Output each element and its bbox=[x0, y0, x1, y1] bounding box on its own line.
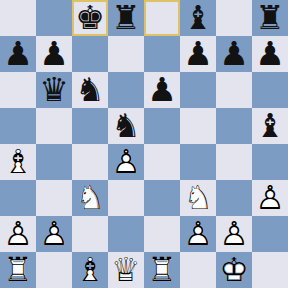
piece-white-bishop[interactable]: ♝♗ bbox=[0, 144, 36, 180]
square-b3[interactable] bbox=[36, 180, 72, 216]
piece-black-bishop[interactable]: ♝ bbox=[252, 108, 288, 144]
square-d1[interactable]: ♛♕ bbox=[108, 252, 144, 288]
white-pawn-fill-icon: ♟ bbox=[252, 180, 288, 216]
square-h3[interactable]: ♟♙ bbox=[252, 180, 288, 216]
square-e4[interactable] bbox=[144, 144, 180, 180]
square-a3[interactable] bbox=[0, 180, 36, 216]
square-d2[interactable] bbox=[108, 216, 144, 252]
piece-white-pawn[interactable]: ♟♙ bbox=[0, 216, 36, 252]
white-pawn-icon: ♙ bbox=[0, 216, 36, 252]
white-rook-fill-icon: ♜ bbox=[0, 252, 36, 288]
black-knight-icon: ♞ bbox=[108, 108, 144, 144]
square-e8[interactable] bbox=[144, 0, 180, 36]
white-knight-fill-icon: ♞ bbox=[180, 180, 216, 216]
square-e2[interactable] bbox=[144, 216, 180, 252]
square-e7[interactable] bbox=[144, 36, 180, 72]
piece-black-queen[interactable]: ♛ bbox=[36, 72, 72, 108]
square-h7[interactable]: ♟ bbox=[252, 36, 288, 72]
white-pawn-icon: ♙ bbox=[36, 216, 72, 252]
white-pawn-fill-icon: ♟ bbox=[180, 216, 216, 252]
square-c8[interactable]: ♚ bbox=[72, 0, 108, 36]
black-pawn-icon: ♟ bbox=[216, 36, 252, 72]
black-pawn-icon: ♟ bbox=[0, 36, 36, 72]
square-b1[interactable] bbox=[36, 252, 72, 288]
square-g7[interactable]: ♟ bbox=[216, 36, 252, 72]
white-pawn-icon: ♙ bbox=[108, 144, 144, 180]
square-c3[interactable]: ♞♘ bbox=[72, 180, 108, 216]
black-pawn-icon: ♟ bbox=[36, 36, 72, 72]
square-f3[interactable]: ♞♘ bbox=[180, 180, 216, 216]
white-rook-icon: ♖ bbox=[0, 252, 36, 288]
square-d8[interactable]: ♜ bbox=[108, 0, 144, 36]
square-a1[interactable]: ♜♖ bbox=[0, 252, 36, 288]
black-bishop-icon: ♝ bbox=[252, 108, 288, 144]
square-d5[interactable]: ♞ bbox=[108, 108, 144, 144]
piece-white-rook[interactable]: ♜♖ bbox=[0, 252, 36, 288]
square-h5[interactable]: ♝ bbox=[252, 108, 288, 144]
square-e6[interactable]: ♟ bbox=[144, 72, 180, 108]
piece-black-pawn[interactable]: ♟ bbox=[180, 36, 216, 72]
piece-white-knight[interactable]: ♞♘ bbox=[180, 180, 216, 216]
square-f6[interactable] bbox=[180, 72, 216, 108]
square-g3[interactable] bbox=[216, 180, 252, 216]
piece-black-pawn[interactable]: ♟ bbox=[252, 36, 288, 72]
piece-black-rook[interactable]: ♜ bbox=[108, 0, 144, 36]
square-c6[interactable]: ♞ bbox=[72, 72, 108, 108]
black-rook-icon: ♜ bbox=[108, 0, 144, 36]
square-g5[interactable] bbox=[216, 108, 252, 144]
square-a8[interactable] bbox=[0, 0, 36, 36]
piece-white-pawn[interactable]: ♟♙ bbox=[252, 180, 288, 216]
piece-white-rook[interactable]: ♜♖ bbox=[144, 252, 180, 288]
square-g4[interactable] bbox=[216, 144, 252, 180]
white-rook-icon: ♖ bbox=[144, 252, 180, 288]
white-king-fill-icon: ♚ bbox=[216, 252, 252, 288]
square-g1[interactable]: ♚♔ bbox=[216, 252, 252, 288]
square-e5[interactable] bbox=[144, 108, 180, 144]
black-king-icon: ♚ bbox=[72, 0, 108, 36]
piece-white-pawn[interactable]: ♟♙ bbox=[36, 216, 72, 252]
square-c1[interactable]: ♝♗ bbox=[72, 252, 108, 288]
black-bishop-icon: ♝ bbox=[180, 0, 216, 36]
square-f1[interactable] bbox=[180, 252, 216, 288]
square-f2[interactable]: ♟♙ bbox=[180, 216, 216, 252]
white-bishop-icon: ♗ bbox=[72, 252, 108, 288]
black-queen-icon: ♛ bbox=[36, 72, 72, 108]
white-bishop-icon: ♗ bbox=[0, 144, 36, 180]
square-d3[interactable] bbox=[108, 180, 144, 216]
piece-black-pawn[interactable]: ♟ bbox=[0, 36, 36, 72]
square-b4[interactable] bbox=[36, 144, 72, 180]
piece-white-knight[interactable]: ♞♘ bbox=[72, 180, 108, 216]
square-d7[interactable] bbox=[108, 36, 144, 72]
square-b5[interactable] bbox=[36, 108, 72, 144]
square-h6[interactable] bbox=[252, 72, 288, 108]
square-c4[interactable] bbox=[72, 144, 108, 180]
black-rook-icon: ♜ bbox=[252, 0, 288, 36]
square-a6[interactable] bbox=[0, 72, 36, 108]
piece-black-pawn[interactable]: ♟ bbox=[144, 72, 180, 108]
square-c5[interactable] bbox=[72, 108, 108, 144]
square-f7[interactable]: ♟ bbox=[180, 36, 216, 72]
square-a5[interactable] bbox=[0, 108, 36, 144]
black-pawn-icon: ♟ bbox=[180, 36, 216, 72]
piece-black-rook[interactable]: ♜ bbox=[252, 0, 288, 36]
square-d6[interactable] bbox=[108, 72, 144, 108]
piece-white-queen[interactable]: ♛♕ bbox=[108, 252, 144, 288]
square-g2[interactable]: ♟♙ bbox=[216, 216, 252, 252]
white-pawn-fill-icon: ♟ bbox=[36, 216, 72, 252]
black-knight-icon: ♞ bbox=[72, 72, 108, 108]
piece-white-bishop[interactable]: ♝♗ bbox=[72, 252, 108, 288]
square-h8[interactable]: ♜ bbox=[252, 0, 288, 36]
black-pawn-icon: ♟ bbox=[252, 36, 288, 72]
white-pawn-fill-icon: ♟ bbox=[216, 216, 252, 252]
square-f4[interactable] bbox=[180, 144, 216, 180]
white-knight-fill-icon: ♞ bbox=[72, 180, 108, 216]
square-a7[interactable]: ♟ bbox=[0, 36, 36, 72]
square-a2[interactable]: ♟♙ bbox=[0, 216, 36, 252]
square-d4[interactable]: ♟♙ bbox=[108, 144, 144, 180]
white-queen-icon: ♕ bbox=[108, 252, 144, 288]
white-bishop-fill-icon: ♝ bbox=[72, 252, 108, 288]
square-g8[interactable] bbox=[216, 0, 252, 36]
square-e1[interactable]: ♜♖ bbox=[144, 252, 180, 288]
square-b7[interactable]: ♟ bbox=[36, 36, 72, 72]
white-pawn-fill-icon: ♟ bbox=[108, 144, 144, 180]
square-h4[interactable] bbox=[252, 144, 288, 180]
square-g6[interactable] bbox=[216, 72, 252, 108]
piece-white-king[interactable]: ♚♔ bbox=[216, 252, 252, 288]
piece-black-bishop[interactable]: ♝ bbox=[180, 0, 216, 36]
white-queen-fill-icon: ♛ bbox=[108, 252, 144, 288]
square-h1[interactable] bbox=[252, 252, 288, 288]
white-rook-fill-icon: ♜ bbox=[144, 252, 180, 288]
piece-black-pawn[interactable]: ♟ bbox=[36, 36, 72, 72]
piece-white-pawn[interactable]: ♟♙ bbox=[216, 216, 252, 252]
white-knight-icon: ♘ bbox=[180, 180, 216, 216]
square-c7[interactable] bbox=[72, 36, 108, 72]
chess-board: ♚♜♝♜♟♟♟♟♟♛♞♟♞♝♝♗♟♙♞♘♞♘♟♙♟♙♟♙♟♙♟♙♜♖♝♗♛♕♜♖… bbox=[0, 0, 288, 288]
white-pawn-icon: ♙ bbox=[180, 216, 216, 252]
square-b6[interactable]: ♛ bbox=[36, 72, 72, 108]
piece-black-king[interactable]: ♚ bbox=[72, 0, 108, 36]
square-f8[interactable]: ♝ bbox=[180, 0, 216, 36]
piece-black-pawn[interactable]: ♟ bbox=[216, 36, 252, 72]
piece-white-pawn[interactable]: ♟♙ bbox=[108, 144, 144, 180]
square-f5[interactable] bbox=[180, 108, 216, 144]
square-c2[interactable] bbox=[72, 216, 108, 252]
white-king-icon: ♔ bbox=[216, 252, 252, 288]
piece-white-pawn[interactable]: ♟♙ bbox=[180, 216, 216, 252]
square-b2[interactable]: ♟♙ bbox=[36, 216, 72, 252]
piece-black-knight[interactable]: ♞ bbox=[72, 72, 108, 108]
white-pawn-fill-icon: ♟ bbox=[0, 216, 36, 252]
white-pawn-icon: ♙ bbox=[252, 180, 288, 216]
white-bishop-fill-icon: ♝ bbox=[0, 144, 36, 180]
square-b8[interactable] bbox=[36, 0, 72, 36]
square-a4[interactable]: ♝♗ bbox=[0, 144, 36, 180]
white-knight-icon: ♘ bbox=[72, 180, 108, 216]
black-pawn-icon: ♟ bbox=[144, 72, 180, 108]
piece-black-knight[interactable]: ♞ bbox=[108, 108, 144, 144]
white-pawn-icon: ♙ bbox=[216, 216, 252, 252]
square-e3[interactable] bbox=[144, 180, 180, 216]
square-h2[interactable] bbox=[252, 216, 288, 252]
